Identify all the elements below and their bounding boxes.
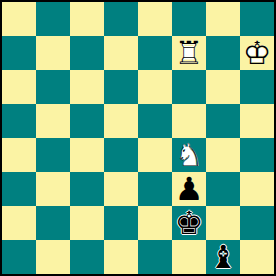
square-e5[interactable] <box>138 104 172 138</box>
square-c5[interactable] <box>70 104 104 138</box>
square-d8[interactable] <box>104 2 138 36</box>
square-h8[interactable] <box>240 2 274 36</box>
square-h4[interactable] <box>240 138 274 172</box>
square-f7[interactable]: ♜♖ <box>172 36 206 70</box>
piece-black-king[interactable]: ♚ <box>172 206 206 240</box>
square-e2[interactable] <box>138 206 172 240</box>
white-king-outline: ♔ <box>240 36 274 70</box>
square-d1[interactable] <box>104 240 138 274</box>
square-b7[interactable] <box>36 36 70 70</box>
square-h7[interactable]: ♚♔ <box>240 36 274 70</box>
square-b2[interactable] <box>36 206 70 240</box>
piece-white-king[interactable]: ♚♔ <box>240 36 274 70</box>
square-g3[interactable] <box>206 172 240 206</box>
square-e3[interactable] <box>138 172 172 206</box>
square-e7[interactable] <box>138 36 172 70</box>
square-b4[interactable] <box>36 138 70 172</box>
chess-board: ♜♖♚♔♞♘♟♚♝ <box>0 0 276 276</box>
square-e6[interactable] <box>138 70 172 104</box>
square-f6[interactable] <box>172 70 206 104</box>
square-f3[interactable]: ♟ <box>172 172 206 206</box>
square-e4[interactable] <box>138 138 172 172</box>
square-c1[interactable] <box>70 240 104 274</box>
square-e8[interactable] <box>138 2 172 36</box>
square-b3[interactable] <box>36 172 70 206</box>
square-g2[interactable] <box>206 206 240 240</box>
square-g4[interactable] <box>206 138 240 172</box>
piece-white-rook[interactable]: ♜♖ <box>172 36 206 70</box>
square-f4[interactable]: ♞♘ <box>172 138 206 172</box>
white-rook-outline: ♖ <box>172 36 206 70</box>
square-g6[interactable] <box>206 70 240 104</box>
square-c2[interactable] <box>70 206 104 240</box>
square-c4[interactable] <box>70 138 104 172</box>
square-d5[interactable] <box>104 104 138 138</box>
square-g1[interactable]: ♝ <box>206 240 240 274</box>
square-b5[interactable] <box>36 104 70 138</box>
square-f2[interactable]: ♚ <box>172 206 206 240</box>
square-b6[interactable] <box>36 70 70 104</box>
square-h6[interactable] <box>240 70 274 104</box>
square-h5[interactable] <box>240 104 274 138</box>
square-f1[interactable] <box>172 240 206 274</box>
square-c7[interactable] <box>70 36 104 70</box>
square-h2[interactable] <box>240 206 274 240</box>
square-a5[interactable] <box>2 104 36 138</box>
white-knight-outline: ♘ <box>172 138 206 172</box>
square-g7[interactable] <box>206 36 240 70</box>
square-c6[interactable] <box>70 70 104 104</box>
square-d6[interactable] <box>104 70 138 104</box>
piece-black-bishop[interactable]: ♝ <box>206 240 240 274</box>
square-a6[interactable] <box>2 70 36 104</box>
square-h3[interactable] <box>240 172 274 206</box>
square-d7[interactable] <box>104 36 138 70</box>
square-b1[interactable] <box>36 240 70 274</box>
square-f5[interactable] <box>172 104 206 138</box>
square-f8[interactable] <box>172 2 206 36</box>
square-d4[interactable] <box>104 138 138 172</box>
square-a8[interactable] <box>2 2 36 36</box>
square-d2[interactable] <box>104 206 138 240</box>
square-c8[interactable] <box>70 2 104 36</box>
square-h1[interactable] <box>240 240 274 274</box>
square-a2[interactable] <box>2 206 36 240</box>
square-e1[interactable] <box>138 240 172 274</box>
piece-black-pawn[interactable]: ♟ <box>172 172 206 206</box>
square-d3[interactable] <box>104 172 138 206</box>
square-c3[interactable] <box>70 172 104 206</box>
square-g5[interactable] <box>206 104 240 138</box>
piece-white-knight[interactable]: ♞♘ <box>172 138 206 172</box>
square-a4[interactable] <box>2 138 36 172</box>
square-b8[interactable] <box>36 2 70 36</box>
square-g8[interactable] <box>206 2 240 36</box>
square-a7[interactable] <box>2 36 36 70</box>
square-a3[interactable] <box>2 172 36 206</box>
square-a1[interactable] <box>2 240 36 274</box>
